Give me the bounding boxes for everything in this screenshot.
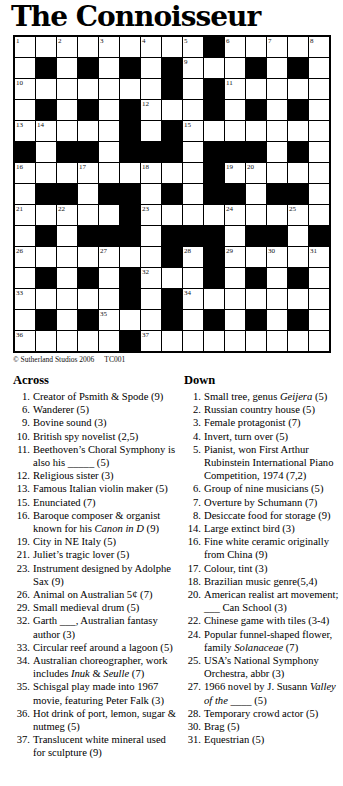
cell-r7c11[interactable]: 19 (225, 163, 246, 184)
cell-r4c1[interactable] (15, 100, 36, 121)
cell-r9c11[interactable]: 24 (225, 205, 246, 226)
black-cell-r6c1 (15, 142, 36, 163)
black-cell-r2c6 (120, 58, 141, 79)
cell-r15c5[interactable] (99, 331, 120, 352)
cell-r2c13[interactable] (267, 58, 288, 79)
cell-r12c7[interactable]: 32 (141, 268, 162, 289)
black-cell-r12c2 (36, 268, 57, 289)
down-clue-20: 20.American realist art movement; ___ Ca… (184, 588, 341, 614)
cell-r13c15[interactable] (309, 289, 330, 310)
clue-text: Circular reef around a lagoon (5) (33, 641, 180, 654)
cell-r3c5[interactable] (99, 79, 120, 100)
cell-r4c9[interactable] (183, 100, 204, 121)
cell-r12c5[interactable] (99, 268, 120, 289)
across-clue-10: 10.British spy novelist (2,5) (13, 430, 180, 443)
cell-r9c1[interactable]: 21 (15, 205, 36, 226)
clue-text: Brazilian music genre(5,4) (204, 575, 341, 588)
cell-r9c14[interactable]: 25 (288, 205, 309, 226)
cell-r1c11[interactable]: 6 (225, 37, 246, 58)
black-cell-r6c11 (225, 142, 246, 163)
black-cell-r8c8 (162, 184, 183, 205)
cell-r11c13[interactable]: 30 (267, 247, 288, 268)
cell-r1c15[interactable]: 8 (309, 37, 330, 58)
cell-number: 22 (58, 205, 65, 213)
cell-r15c2[interactable] (36, 331, 57, 352)
cell-r7c7[interactable]: 18 (141, 163, 162, 184)
cell-r12c1[interactable] (15, 268, 36, 289)
cell-r11c3[interactable] (57, 247, 78, 268)
black-cell-r10c5 (99, 226, 120, 247)
cell-r13c12[interactable] (246, 289, 267, 310)
black-cell-r6c8 (162, 142, 183, 163)
clue-number: 31. (184, 733, 201, 746)
clue-text: City in NE Italy (5) (33, 535, 180, 548)
black-cell-r2c4 (78, 58, 99, 79)
cell-r5c5[interactable] (99, 121, 120, 142)
clue-text: Chinese game with tiles (3-4) (204, 614, 341, 627)
cell-r4c15[interactable] (309, 100, 330, 121)
cell-r13c2[interactable] (36, 289, 57, 310)
cell-r7c12[interactable]: 20 (246, 163, 267, 184)
clue-text: Animal on Australian 5¢ (7) (33, 588, 180, 601)
cell-r13c7[interactable] (141, 289, 162, 310)
cell-number: 37 (142, 331, 149, 339)
clue-text: Translucent white mineral used for sculp… (33, 733, 180, 759)
black-cell-r10c8 (162, 226, 183, 247)
cell-r15c12[interactable] (246, 331, 267, 352)
cell-r6c5[interactable] (99, 142, 120, 163)
down-clue-28: 28.Temporary crowd actor (5) (184, 707, 341, 720)
crossword-grid-frame: 1234567891011121314151617181920212223242… (13, 35, 331, 353)
cell-r7c8[interactable] (162, 163, 183, 184)
cell-r12c11[interactable] (225, 268, 246, 289)
down-clue-30: 30.Brag (5) (184, 720, 341, 733)
across-clue-12: 12.Religious sister (3) (13, 469, 180, 482)
cell-r9c12[interactable] (246, 205, 267, 226)
cell-r2c1[interactable] (15, 58, 36, 79)
clue-number: 14. (184, 522, 201, 535)
cell-r5c12[interactable] (246, 121, 267, 142)
down-clue-1: 1.Small tree, genus Geijera (5) (184, 390, 341, 403)
cell-r7c4[interactable]: 17 (78, 163, 99, 184)
cell-r11c6[interactable] (120, 247, 141, 268)
cell-r3c1[interactable]: 10 (15, 79, 36, 100)
black-cell-r10c15 (309, 226, 330, 247)
black-cell-r8c5 (99, 184, 120, 205)
cell-r15c1[interactable]: 36 (15, 331, 36, 352)
cell-r1c1[interactable]: 1 (15, 37, 36, 58)
down-clues: 1.Small tree, genus Geijera (5)2.Russian… (184, 390, 341, 746)
cell-r2c3[interactable] (57, 58, 78, 79)
black-cell-r3c10 (204, 79, 225, 100)
cell-r1c7[interactable]: 4 (141, 37, 162, 58)
cell-number: 1 (16, 37, 20, 45)
across-clue-13: 13.Famous Italian violin maker (5) (13, 482, 180, 495)
clue-text: Juliet’s tragic lover (5) (33, 548, 180, 561)
cell-r14c6[interactable] (120, 310, 141, 331)
cell-number: 19 (226, 163, 233, 171)
clue-number: 17. (184, 562, 201, 575)
cell-number: 35 (100, 310, 107, 318)
cell-r5c10[interactable] (204, 121, 225, 142)
cell-r7c2[interactable] (36, 163, 57, 184)
clue-text: Creator of Psmith & Spode (9) (33, 390, 180, 403)
cell-r11c12[interactable] (246, 247, 267, 268)
clue-number: 35. (13, 680, 30, 706)
black-cell-r14c10 (204, 310, 225, 331)
cell-r13c11[interactable] (225, 289, 246, 310)
cell-r3c4[interactable] (78, 79, 99, 100)
cell-number: 33 (16, 289, 23, 297)
cell-number: 14 (37, 121, 44, 129)
black-cell-r12c10 (204, 268, 225, 289)
clue-text: Brag (5) (204, 720, 341, 733)
down-clue-27: 27.1966 novel by J. Susann Valley of the… (184, 680, 341, 706)
cell-r3c15[interactable] (309, 79, 330, 100)
cell-r10c14[interactable] (288, 226, 309, 247)
cell-r7c6[interactable] (120, 163, 141, 184)
black-cell-r14c2 (36, 310, 57, 331)
cell-r1c4[interactable] (78, 37, 99, 58)
cell-number: 13 (16, 121, 23, 129)
cell-r15c7[interactable]: 37 (141, 331, 162, 352)
clue-text: American realist art movement; ___ Can S… (204, 588, 341, 614)
black-cell-r6c3 (57, 142, 78, 163)
black-cell-r8c11 (225, 184, 246, 205)
cell-r1c2[interactable] (36, 37, 57, 58)
across-clue-9: 9.Bovine sound (3) (13, 416, 180, 429)
cell-number: 17 (79, 163, 86, 171)
cell-r13c5[interactable] (99, 289, 120, 310)
clue-number: 16. (184, 535, 201, 561)
cell-r5c3[interactable] (57, 121, 78, 142)
cell-r3c9[interactable] (183, 79, 204, 100)
clue-number: 11. (13, 443, 30, 469)
cell-r15c9[interactable] (183, 331, 204, 352)
cell-r7c5[interactable] (99, 163, 120, 184)
cell-r13c4[interactable] (78, 289, 99, 310)
cell-r5c9[interactable]: 15 (183, 121, 204, 142)
black-cell-r6c14 (288, 142, 309, 163)
cell-r4c11[interactable] (225, 100, 246, 121)
cell-r14c15[interactable] (309, 310, 330, 331)
cell-r3c13[interactable] (267, 79, 288, 100)
cell-r1c9[interactable]: 5 (183, 37, 204, 58)
black-cell-r12c14 (288, 268, 309, 289)
cell-r9c7[interactable]: 23 (141, 205, 162, 226)
cell-r8c1[interactable] (15, 184, 36, 205)
clue-number: 2. (184, 403, 201, 416)
cell-r5c2[interactable]: 14 (36, 121, 57, 142)
cell-r4c8[interactable] (162, 100, 183, 121)
clue-text: Russian country house (5) (204, 403, 341, 416)
black-cell-r13c6 (120, 289, 141, 310)
cell-r12c15[interactable] (309, 268, 330, 289)
cell-r5c4[interactable] (78, 121, 99, 142)
cell-r15c11[interactable] (225, 331, 246, 352)
clue-text: Large extinct bird (3) (204, 522, 341, 535)
clue-number: 33. (13, 641, 30, 654)
cell-r5c15[interactable] (309, 121, 330, 142)
black-cell-r5c8 (162, 121, 183, 142)
black-cell-r2c8 (162, 58, 183, 79)
black-cell-r5c6 (120, 121, 141, 142)
cell-number: 8 (310, 37, 314, 45)
cell-r10c3[interactable] (57, 226, 78, 247)
cell-r3c2[interactable] (36, 79, 57, 100)
black-cell-r10c9 (183, 226, 204, 247)
cell-r12c3[interactable] (57, 268, 78, 289)
cell-r14c1[interactable] (15, 310, 36, 331)
across-clue-23: 23.Instrument designed by Adolphe Sax (9… (13, 562, 180, 588)
cell-r3c11[interactable]: 11 (225, 79, 246, 100)
clue-number: 20. (184, 588, 201, 614)
cell-number: 20 (247, 163, 254, 171)
cell-r14c9[interactable] (183, 310, 204, 331)
cell-r15c10[interactable] (204, 331, 225, 352)
cell-r7c9[interactable] (183, 163, 204, 184)
clue-text: Instrument designed by Adolphe Sax (9) (33, 562, 180, 588)
cell-r9c3[interactable]: 22 (57, 205, 78, 226)
cell-r15c3[interactable] (57, 331, 78, 352)
black-cell-r8c6 (120, 184, 141, 205)
cell-r6c15[interactable] (309, 142, 330, 163)
cell-r2c7[interactable] (141, 58, 162, 79)
cell-number: 3 (100, 37, 104, 45)
clue-text: Group of nine musicians (5) (204, 482, 341, 495)
clue-number: 27. (184, 680, 201, 706)
cell-r1c3[interactable]: 2 (57, 37, 78, 58)
cell-r11c9[interactable]: 28 (183, 247, 204, 268)
black-cell-r14c4 (78, 310, 99, 331)
cell-r9c5[interactable] (99, 205, 120, 226)
cell-number: 6 (226, 37, 230, 45)
cell-r12c9[interactable] (183, 268, 204, 289)
clue-number: 7. (184, 496, 201, 509)
cell-r11c15[interactable]: 31 (309, 247, 330, 268)
cell-r7c13[interactable] (267, 163, 288, 184)
cell-r15c13[interactable] (267, 331, 288, 352)
clue-number: 12. (13, 469, 30, 482)
cell-r11c14[interactable] (288, 247, 309, 268)
cell-r5c7[interactable] (141, 121, 162, 142)
cell-r9c9[interactable] (183, 205, 204, 226)
clue-number: 23. (13, 562, 30, 588)
down-clue-24: 24.Popular funnel-shaped flower, family … (184, 628, 341, 654)
cell-r12c13[interactable] (267, 268, 288, 289)
clue-number: 21. (13, 548, 30, 561)
cell-r9c4[interactable] (78, 205, 99, 226)
cell-r14c13[interactable] (267, 310, 288, 331)
cell-r7c3[interactable] (57, 163, 78, 184)
clue-text: Female protagonist (7) (204, 416, 341, 429)
clue-text: Baroque composer & organist known for hi… (33, 509, 180, 535)
clue-text: Desiccate food for storage (9) (204, 509, 341, 522)
cell-number: 27 (100, 247, 107, 255)
cell-r15c15[interactable] (309, 331, 330, 352)
copyright-line: © Sutherland Studios 2006TC001 (13, 355, 343, 364)
cell-r9c8[interactable] (162, 205, 183, 226)
cell-r7c14[interactable] (288, 163, 309, 184)
clue-number: 4. (184, 430, 201, 443)
cell-number: 36 (16, 331, 23, 339)
cell-r3c14[interactable] (288, 79, 309, 100)
cell-r4c3[interactable] (57, 100, 78, 121)
clue-text: Temporary crowd actor (5) (204, 707, 341, 720)
black-cell-r6c6 (120, 142, 141, 163)
cell-r15c4[interactable] (78, 331, 99, 352)
cell-r1c5[interactable]: 3 (99, 37, 120, 58)
cell-r2c10[interactable] (204, 58, 225, 79)
cell-r8c4[interactable] (78, 184, 99, 205)
black-cell-r10c6 (120, 226, 141, 247)
cell-r8c12[interactable] (246, 184, 267, 205)
cell-r8c9[interactable] (183, 184, 204, 205)
cell-r5c1[interactable]: 13 (15, 121, 36, 142)
black-cell-r13c8 (162, 289, 183, 310)
across-clue-36: 36.Hot drink of port, lemon, sugar & nut… (13, 707, 180, 733)
clue-number: 19. (13, 535, 30, 548)
cell-r5c11[interactable] (225, 121, 246, 142)
down-column: Down 1.Small tree, genus Geijera (5)2.Ru… (184, 373, 341, 760)
cell-r1c12[interactable] (246, 37, 267, 58)
cell-r13c10[interactable] (204, 289, 225, 310)
cell-r3c3[interactable] (57, 79, 78, 100)
clue-number: 9. (13, 416, 30, 429)
page-title: The Connoisseur (11, 1, 343, 33)
clue-text: Wanderer (5) (33, 403, 180, 416)
cell-r7c15[interactable] (309, 163, 330, 184)
clue-section: Across 1.Creator of Psmith & Spode (9)6.… (13, 373, 343, 760)
clue-text: Equestrian (5) (204, 733, 341, 746)
cell-r13c9[interactable]: 34 (183, 289, 204, 310)
down-clue-17: 17.Colour, tint (3) (184, 562, 341, 575)
cell-r5c14[interactable] (288, 121, 309, 142)
cell-r11c11[interactable]: 29 (225, 247, 246, 268)
cell-r2c15[interactable] (309, 58, 330, 79)
cell-number: 18 (142, 163, 149, 171)
cell-r6c2[interactable] (36, 142, 57, 163)
clue-text: British spy novelist (2,5) (33, 430, 180, 443)
cell-number: 30 (268, 247, 275, 255)
cell-r8c7[interactable] (141, 184, 162, 205)
cell-r3c6[interactable] (120, 79, 141, 100)
black-cell-r10c4 (78, 226, 99, 247)
black-cell-r8c3 (57, 184, 78, 205)
black-cell-r4c6 (120, 100, 141, 121)
down-clue-7: 7.Overture by Schumann (7) (184, 496, 341, 509)
cell-r9c13[interactable] (267, 205, 288, 226)
cell-r14c11[interactable] (225, 310, 246, 331)
cell-r1c8[interactable] (162, 37, 183, 58)
clue-text: Bovine sound (3) (33, 416, 180, 429)
cell-r8c15[interactable] (309, 184, 330, 205)
black-cell-r8c10 (204, 184, 225, 205)
cell-r11c2[interactable] (36, 247, 57, 268)
across-clue-16: 16.Baroque composer & organist known for… (13, 509, 180, 535)
cell-r11c4[interactable] (78, 247, 99, 268)
black-cell-r14c12 (246, 310, 267, 331)
clue-text: Pianist, won First Arthur Rubinstein Int… (204, 443, 341, 483)
cell-r2c5[interactable] (99, 58, 120, 79)
cell-r5c13[interactable] (267, 121, 288, 142)
clue-text: Small tree, genus Geijera (5) (204, 390, 341, 403)
black-cell-r4c4 (78, 100, 99, 121)
clue-text: Religious sister (3) (33, 469, 180, 482)
down-clue-2: 2.Russian country house (5) (184, 403, 341, 416)
cell-r13c14[interactable] (288, 289, 309, 310)
clue-number: 10. (13, 430, 30, 443)
cell-number: 28 (184, 247, 191, 255)
clue-text: USA’s National Symphony Orchestra, abbr … (204, 654, 341, 680)
cell-r9c10[interactable] (204, 205, 225, 226)
cell-r13c3[interactable] (57, 289, 78, 310)
cell-r1c6[interactable] (120, 37, 141, 58)
black-cell-r3c8 (162, 79, 183, 100)
down-clue-25: 25.USA’s National Symphony Orchestra, ab… (184, 654, 341, 680)
cell-r2c9[interactable]: 9 (183, 58, 204, 79)
cell-r10c11[interactable] (225, 226, 246, 247)
cell-number: 29 (226, 247, 233, 255)
clue-number: 26. (13, 588, 30, 601)
cell-r15c8[interactable] (162, 331, 183, 352)
black-cell-r8c14 (288, 184, 309, 205)
cell-r2c11[interactable] (225, 58, 246, 79)
cell-r14c3[interactable] (57, 310, 78, 331)
cell-r9c15[interactable] (309, 205, 330, 226)
cell-r4c13[interactable] (267, 100, 288, 121)
cell-r13c13[interactable] (267, 289, 288, 310)
across-column: Across 1.Creator of Psmith & Spode (9)6.… (13, 373, 180, 760)
clue-number: 32. (13, 614, 30, 640)
cell-r11c7[interactable] (141, 247, 162, 268)
cell-number: 24 (226, 205, 233, 213)
cell-r15c14[interactable] (288, 331, 309, 352)
clue-number: 29. (13, 601, 30, 614)
cell-r13c1[interactable]: 33 (15, 289, 36, 310)
cell-r7c1[interactable]: 16 (15, 163, 36, 184)
cell-r4c7[interactable]: 12 (141, 100, 162, 121)
cell-r11c5[interactable]: 27 (99, 247, 120, 268)
cell-r12c8[interactable] (162, 268, 183, 289)
cell-number: 25 (289, 205, 296, 213)
cell-r3c12[interactable] (246, 79, 267, 100)
cell-r14c5[interactable]: 35 (99, 310, 120, 331)
cell-r14c7[interactable] (141, 310, 162, 331)
cell-r6c9[interactable] (183, 142, 204, 163)
cell-r11c1[interactable]: 26 (15, 247, 36, 268)
cell-r6c13[interactable] (267, 142, 288, 163)
clue-number: 34. (13, 654, 30, 680)
black-cell-r12c4 (78, 268, 99, 289)
cell-r10c7[interactable] (141, 226, 162, 247)
clue-number: 36. (13, 707, 30, 733)
black-cell-r12c12 (246, 268, 267, 289)
cell-r10c1[interactable] (15, 226, 36, 247)
black-cell-r6c4 (78, 142, 99, 163)
black-cell-r11c10 (204, 247, 225, 268)
black-cell-r1c10 (204, 37, 225, 58)
clue-text: Fine white ceramic originally from China… (204, 535, 341, 561)
cell-r9c2[interactable] (36, 205, 57, 226)
cell-r1c14[interactable] (288, 37, 309, 58)
clue-text: Popular funnel-shaped flower, family Sol… (204, 628, 341, 654)
cell-r1c13[interactable]: 7 (267, 37, 288, 58)
clue-number: 6. (13, 403, 30, 416)
clue-text: Overture by Schumann (7) (204, 496, 341, 509)
cell-r3c7[interactable] (141, 79, 162, 100)
cell-r4c5[interactable] (99, 100, 120, 121)
